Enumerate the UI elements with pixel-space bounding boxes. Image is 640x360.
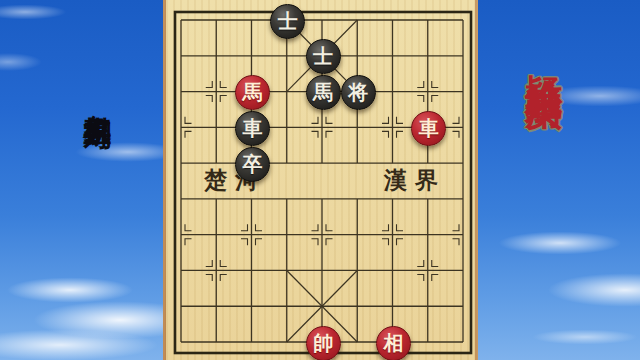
piece-black-chariot[interactable]: 車	[235, 111, 270, 146]
piece-red-chariot[interactable]: 車	[411, 111, 446, 146]
piece-black-horse[interactable]: 馬	[306, 75, 341, 110]
piece-black-general[interactable]: 将	[341, 75, 376, 110]
piece-red-general[interactable]: 帥	[306, 326, 341, 360]
video-frame: 象棋刘正哥 疑难绝妙实用 楚河 漢界 士士馬馬将車車卒帥相	[0, 0, 640, 360]
piece-black-advisor[interactable]: 士	[270, 4, 305, 39]
river-label-right: 漢界	[384, 167, 446, 195]
left-caption: 象棋刘正哥	[81, 92, 113, 102]
piece-red-elephant[interactable]: 相	[376, 326, 411, 360]
piece-black-advisor[interactable]: 士	[306, 39, 341, 74]
piece-black-soldier[interactable]: 卒	[235, 147, 270, 182]
xiangqi-board[interactable]: 楚河 漢界 士士馬馬将車車卒帥相	[163, 0, 478, 360]
right-caption: 疑难绝妙实用	[521, 45, 565, 69]
piece-red-horse[interactable]: 馬	[235, 75, 270, 110]
